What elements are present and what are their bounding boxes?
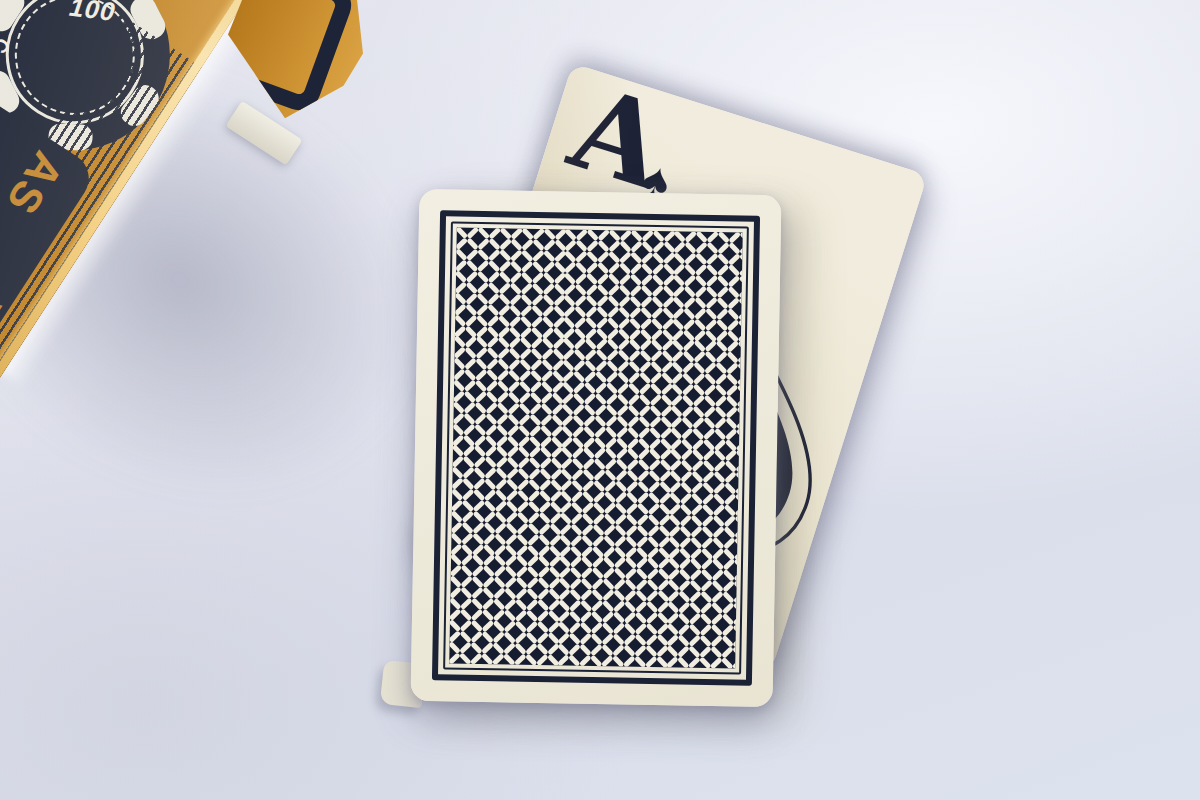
weave-brick [586,251,599,264]
weave-brick [529,381,542,394]
weave-brick [596,327,609,340]
weave-brick [672,339,685,352]
weave-brick [594,425,607,438]
weave-brick [478,228,491,240]
weave-brick [703,438,716,451]
weave-brick [652,252,665,265]
weave-brick [569,610,582,623]
weave-brick [499,228,512,241]
weave-brick [638,426,651,439]
weave-brick [626,491,639,504]
weave-brick [636,492,649,505]
weave-brick [536,642,549,655]
weave-brick [583,425,596,438]
weave-brick [668,557,681,570]
weave-brick [639,350,652,363]
weave-brick [582,469,595,482]
weave-brick [651,274,664,287]
weave-brick [699,645,712,658]
weave-brick [473,467,486,480]
weave-brick [646,601,659,614]
weave-brick [602,578,615,591]
weave-brick [519,337,532,350]
weave-brick [623,644,636,657]
weave-brick [645,612,658,625]
weave-brick [649,415,662,428]
weave-brick [700,591,713,604]
weave-brick [710,645,723,658]
weave-brick [510,260,523,273]
weave-brick [452,466,465,479]
weave-brick [503,653,516,666]
weave-brick [612,622,625,635]
weave-brick [569,632,582,645]
weave-brick [657,568,670,581]
weave-brick [562,403,575,416]
weave-brick [661,350,674,363]
weave-brick [538,501,551,514]
weave-brick [581,534,594,547]
weave-brick [625,513,638,526]
weave-brick [669,514,682,527]
weave-brick [695,253,708,266]
weave-brick [451,510,464,523]
weave-brick [616,415,629,428]
weave-brick [613,611,626,624]
weave-brick [506,456,519,469]
weave-brick [530,370,543,383]
weave-brick [680,525,693,538]
weave-brick [573,392,586,405]
weave-brick [649,404,662,417]
weave-brick [699,634,712,647]
weave-brick [640,306,653,319]
weave-brick [608,251,621,264]
weave-brick [531,282,544,295]
weave-brick [681,416,694,429]
weave-brick [560,512,573,525]
weave-brick [607,295,620,308]
weave-brick [628,339,641,352]
face-down-card[interactable] [411,189,782,707]
weave-brick [576,240,589,253]
weave-brick [587,229,600,242]
weave-brick [617,371,630,384]
weave-brick [634,622,647,635]
weave-brick [460,630,473,643]
weave-brick [520,271,533,284]
weave-brick [536,653,549,666]
weave-brick [624,600,637,613]
weave-brick [701,536,714,549]
weave-brick [641,263,654,276]
weave-brick [684,263,697,276]
weave-brick [725,417,738,430]
weave-brick [476,314,489,327]
weave-brick [482,630,495,643]
weave-brick [625,524,638,537]
weave-brick [516,511,529,524]
weave-brick [724,504,737,517]
weave-brick [721,624,734,637]
weave-brick [507,402,520,415]
weave-brick [507,424,520,437]
weave-brick [531,304,544,317]
weave-brick [614,524,627,537]
weave-brick [711,580,724,593]
weave-brick [453,379,466,392]
weave-brick [537,599,550,612]
weave-brick [703,406,716,419]
weave-brick [638,404,651,417]
weave-brick [601,633,614,646]
weave-brick [551,392,564,405]
weave-brick [507,413,520,426]
weave-brick [518,391,531,404]
weave-brick [520,304,533,317]
weave-brick [659,481,672,494]
weave-brick [635,568,648,581]
weave-brick [540,424,553,437]
weave-brick [541,337,554,350]
weave-brick [471,619,484,632]
weave-brick [488,238,501,251]
weave-brick [552,348,565,361]
weave-brick [485,423,498,436]
weave-brick [592,567,605,580]
weave-brick [498,336,511,349]
weave-brick [571,501,584,514]
weave-brick [595,393,608,406]
weave-brick [473,510,486,523]
weave-brick [487,304,500,317]
weave-brick [647,503,660,516]
weave-brick [614,546,627,559]
weave-brick [722,569,735,582]
weave-brick [726,351,739,364]
weave-brick [627,404,640,417]
weave-brick [475,358,488,371]
weave-brick [647,492,660,505]
weave-brick [579,643,592,656]
weave-brick [594,458,607,471]
weave-brick [638,383,651,396]
weave-brick [582,512,595,525]
weave-brick [713,471,726,484]
weave-brick [601,643,614,656]
weave-brick [704,373,717,386]
weave-brick [548,566,561,579]
weave-brick [726,373,739,386]
weave-brick [538,523,551,536]
weave-brick [603,513,616,526]
weave-brick [586,273,599,286]
weave-brick [725,428,738,441]
weave-brick [485,456,498,469]
weave-brick [607,306,620,319]
weave-brick [541,359,554,372]
weave-brick [680,481,693,494]
weave-brick [538,512,551,525]
weave-brick [496,424,509,437]
weave-brick [691,514,704,527]
weave-brick [625,535,638,548]
weave-brick [637,481,650,494]
weave-brick [594,436,607,449]
weave-brick [669,492,682,505]
weave-brick [618,317,631,330]
weave-brick [506,478,519,491]
weave-brick [519,380,532,393]
weave-brick [636,546,649,559]
weave-brick [574,349,587,362]
weave-brick [494,522,507,535]
weave-brick [717,231,730,244]
weave-brick [516,522,529,535]
weave-brick [574,305,587,318]
weave-brick [549,501,562,514]
weave-brick [525,653,538,666]
weave-brick [667,623,680,636]
weave-brick [530,326,543,339]
weave-brick [540,392,553,405]
weave-brick [656,612,669,625]
weave-brick [509,293,522,306]
weave-brick [532,261,545,274]
weave-brick [597,262,610,275]
weave-brick [550,479,563,492]
weave-brick [525,620,538,633]
weave-brick [716,340,729,353]
weave-brick [499,271,512,284]
weave-brick [645,633,658,646]
weave-brick [701,569,714,582]
weave-brick [713,493,726,506]
weave-brick [674,230,687,243]
weave-brick [727,330,740,343]
weave-brick [517,468,530,481]
weave-brick [477,292,490,305]
weave-brick [706,264,719,277]
weave-brick [638,415,651,428]
weave-brick [581,578,594,591]
weave-brick [466,281,479,294]
weave-brick [704,351,717,364]
weave-brick [477,249,490,262]
weave-brick [508,347,521,360]
weave-brick [542,283,555,296]
weave-brick [483,565,496,578]
weave-brick [636,502,649,515]
weave-brick [668,579,681,592]
weave-brick [529,424,542,437]
weave-brick [626,469,639,482]
weave-brick [727,319,740,332]
weave-brick [625,557,638,570]
weave-brick [476,336,489,349]
weave-brick [690,558,703,571]
weave-brick [529,391,542,404]
weave-brick [509,326,522,339]
weave-brick [518,402,531,415]
weave-brick [725,406,738,419]
weave-brick [682,372,695,385]
weave-brick [542,294,555,307]
table-scene: { "game": "playing cards (poker)", "posi… [0,0,1200,800]
weave-brick [615,502,628,515]
weave-brick [472,576,485,589]
weave-brick [672,361,685,374]
weave-brick [688,645,701,658]
weave-brick [681,460,694,473]
weave-brick [712,536,725,549]
weave-brick [514,631,527,644]
weave-brick [494,533,507,546]
weave-brick [485,413,498,426]
weave-brick [493,576,506,589]
weave-brick [593,502,606,515]
weave-brick [528,457,541,470]
weave-brick [694,296,707,309]
weave-brick [538,533,551,546]
weave-brick [694,340,707,353]
weave-brick [623,655,636,668]
weave-brick [727,286,740,299]
weave-brick [506,500,519,513]
weave-brick [465,303,478,316]
weave-brick [505,511,518,524]
weave-brick [618,306,631,319]
weave-brick [553,261,566,274]
weave-brick [679,569,692,582]
weave-brick [614,513,627,526]
weave-brick [527,511,540,524]
weave-brick [484,500,497,513]
weave-brick [715,384,728,397]
weave-brick [462,478,475,491]
weave-brick [703,427,716,440]
weave-brick [514,620,527,633]
weave-brick [703,416,716,429]
weave-brick [521,250,534,263]
weave-brick [461,565,474,578]
weave-brick [634,644,647,657]
weave-brick [537,577,550,590]
weave-brick [724,482,737,495]
weave-brick [525,609,538,622]
weave-brick [651,306,664,319]
weave-brick [647,524,660,537]
weave-brick [499,249,512,262]
weave-brick [520,293,533,306]
weave-brick [572,458,585,471]
weave-brick [683,307,696,320]
weave-brick [525,642,538,655]
weave-brick [558,621,571,634]
weave-brick [723,537,736,550]
weave-brick [477,271,490,284]
weave-brick [684,285,697,298]
weave-brick [592,534,605,547]
weave-brick [648,470,661,483]
weave-brick [584,360,597,373]
weave-brick [527,522,540,535]
weave-brick [613,567,626,580]
weave-brick [607,317,620,330]
weave-brick [649,426,662,439]
weave-brick [626,448,639,461]
weave-brick [634,611,647,624]
weave-brick [583,447,596,460]
weave-brick [560,490,573,503]
weave-brick [494,554,507,567]
weave-brick [505,522,518,535]
weave-brick [527,500,540,513]
weave-brick [486,369,499,382]
weave-brick [561,468,574,481]
weave-brick [614,535,627,548]
weave-brick [565,229,578,242]
weave-brick [629,273,642,286]
weave-brick [623,611,636,624]
weave-brick [452,445,465,458]
weave-brick [690,580,703,593]
weave-brick [582,491,595,504]
weave-brick [451,488,464,501]
weave-brick [481,652,494,665]
weave-brick [464,412,477,425]
weave-brick [648,481,661,494]
weave-brick [573,370,586,383]
weave-brick [462,499,475,512]
weave-brick [701,525,714,538]
weave-brick [710,635,723,648]
weave-brick [618,284,631,297]
weave-brick [503,631,516,644]
weave-brick [638,393,651,406]
weave-brick [529,413,542,426]
weave-brick [537,555,550,568]
weave-brick [551,370,564,383]
weave-brick [474,423,487,436]
weave-brick [639,328,652,341]
weave-brick [553,283,566,296]
weave-brick [712,526,725,539]
weave-brick [586,294,599,307]
weave-brick [651,317,664,330]
weave-brick [616,437,629,450]
weave-brick [495,489,508,502]
weave-brick [564,294,577,307]
weave-brick [690,536,703,549]
weave-brick [623,633,636,646]
weave-brick [693,405,706,418]
weave-brick [608,273,621,286]
weave-brick [723,526,736,539]
weave-brick [518,424,531,437]
weave-brick [516,500,529,513]
weave-brick [536,621,549,634]
weave-brick [564,272,577,285]
weave-brick [723,515,736,528]
weave-brick [487,315,500,328]
weave-brick [645,622,658,635]
weave-brick [492,653,505,666]
weave-brick [667,601,680,614]
weave-brick [465,347,478,360]
weave-brick [517,489,530,502]
weave-brick [538,490,551,503]
